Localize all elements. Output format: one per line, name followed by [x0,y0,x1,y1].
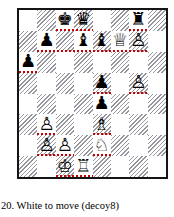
white-pawn-b2: ♙ [38,136,54,154]
square-b6 [37,52,55,73]
square-f8 [111,10,129,31]
square-f7: ♕ [111,31,129,52]
chess-board: ♚♛♜♟♝♝♕♙♟♟♙♟♙♗♙♙♘♔♖ [17,8,168,179]
square-b8 [37,10,55,31]
square-e5: ♟ [93,73,111,94]
square-c1: ♔ [56,156,74,177]
square-e1 [93,156,111,177]
square-h7 [148,31,166,52]
square-a3 [19,114,37,135]
black-bishop-e7: ♝ [94,31,110,49]
square-a2 [19,135,37,156]
square-d7: ♝ [74,31,92,52]
black-king-c8: ♚ [57,10,73,28]
black-pawn-e5: ♟ [94,73,110,91]
diagram-page: ♚♛♜♟♝♝♕♙♟♟♙♟♙♗♙♙♘♔♖ 20. White to move (d… [0,0,174,217]
square-b1 [37,156,55,177]
square-f2 [111,135,129,156]
square-b7: ♟ [37,31,55,52]
square-g1 [129,156,147,177]
white-rook-d1: ♖ [75,157,91,175]
black-pawn-e4: ♟ [94,94,110,112]
square-b4 [37,94,55,115]
square-f1 [111,156,129,177]
square-g8: ♜ [129,10,147,31]
white-pawn-g5: ♙ [130,73,146,91]
square-b5 [37,73,55,94]
square-a1 [19,156,37,177]
square-h3 [148,114,166,135]
square-c8: ♚ [56,10,74,31]
square-e3: ♗ [93,114,111,135]
square-e6 [93,52,111,73]
square-g4 [129,94,147,115]
black-queen-d8: ♛ [75,10,91,28]
square-f3 [111,114,129,135]
square-g5: ♙ [129,73,147,94]
square-g2 [129,135,147,156]
square-d5 [74,73,92,94]
square-b3: ♙ [37,114,55,135]
square-d8: ♛ [74,10,92,31]
black-pawn-a6: ♟ [20,52,36,70]
white-queen-f7: ♕ [112,31,128,49]
square-g7: ♙ [129,31,147,52]
square-h8 [148,10,166,31]
square-a7 [19,31,37,52]
white-knight-e2: ♘ [94,136,110,154]
square-b2: ♙ [37,135,55,156]
white-pawn-g7: ♙ [130,31,146,49]
square-c3 [56,114,74,135]
square-a8 [19,10,37,31]
square-g6 [129,52,147,73]
diagram-caption: 20. White to move (decoy8) [1,200,119,211]
square-c4 [56,94,74,115]
square-f6 [111,52,129,73]
square-g3 [129,114,147,135]
square-e8 [93,10,111,31]
white-pawn-b3: ♙ [38,115,54,133]
square-e7: ♝ [93,31,111,52]
square-f4 [111,94,129,115]
white-bishop-e3: ♗ [94,115,110,133]
square-a6: ♟ [19,52,37,73]
square-f5 [111,73,129,94]
square-h1 [148,156,166,177]
square-d3 [74,114,92,135]
square-h5 [148,73,166,94]
square-d1: ♖ [74,156,92,177]
square-h4 [148,94,166,115]
square-a4 [19,94,37,115]
square-c2: ♙ [56,135,74,156]
square-d2 [74,135,92,156]
black-rook-g8: ♜ [130,10,146,28]
square-e2: ♘ [93,135,111,156]
square-c5 [56,73,74,94]
white-king-c1: ♔ [57,157,73,175]
square-d4 [74,94,92,115]
white-pawn-c2: ♙ [57,136,73,154]
square-a5 [19,73,37,94]
black-pawn-b7: ♟ [38,31,54,49]
square-h2 [148,135,166,156]
square-e4: ♟ [93,94,111,115]
square-c7 [56,31,74,52]
square-d6 [74,52,92,73]
square-h6 [148,52,166,73]
square-c6 [56,52,74,73]
black-bishop-d7: ♝ [75,31,91,49]
